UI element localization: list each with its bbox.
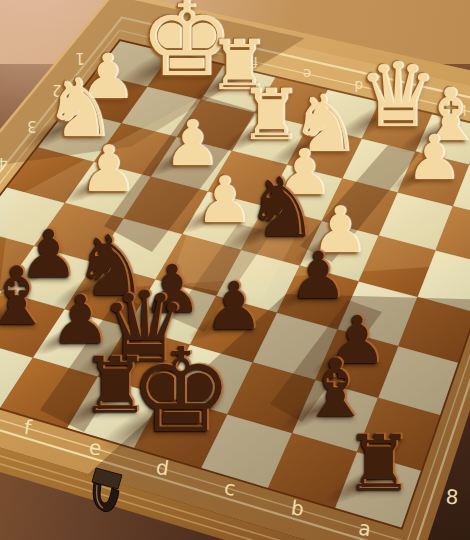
piece-white-P-g4[interactable]: ♟ [80,137,137,201]
coord-right-8: 8 [445,485,459,510]
piece-black-K-d8[interactable]: ♚ [129,333,233,449]
photo-stage: hgfedcb1234fedcba8 ♚♜♟♛♞♜♝♞♟♟♟♟♟♞♟♟♞♟♟♝♟… [0,0,470,540]
piece-black-R-a8[interactable]: ♜ [344,425,413,502]
piece-black-B-g7[interactable]: ♝ [0,257,53,337]
piece-white-P-b2[interactable]: ♟ [406,127,462,189]
piece-black-B-b7[interactable]: ♝ [300,348,372,428]
piece-black-N-d4[interactable]: ♞ [245,167,319,249]
coord-left-4: 4 [0,154,8,172]
coord-left-3: 3 [27,117,37,135]
piece-black-P-c5[interactable]: ♟ [289,243,347,308]
